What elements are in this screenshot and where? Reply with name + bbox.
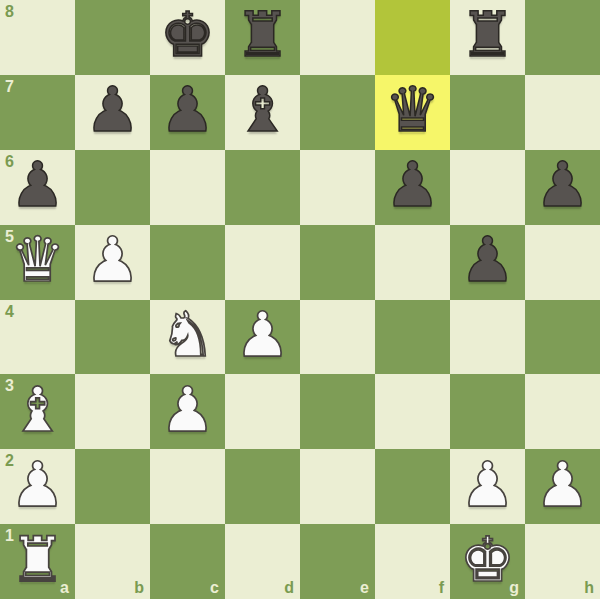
- square-a2[interactable]: 2♟: [0, 449, 75, 524]
- square-a4[interactable]: 4: [0, 300, 75, 375]
- square-f5[interactable]: [375, 225, 450, 300]
- square-c5[interactable]: [150, 225, 225, 300]
- square-e4[interactable]: [300, 300, 375, 375]
- square-e7[interactable]: [300, 75, 375, 150]
- piece-black-pawn-icon[interactable]: ♟: [160, 79, 216, 141]
- square-b7[interactable]: ♟: [75, 75, 150, 150]
- square-d5[interactable]: [225, 225, 300, 300]
- square-c1[interactable]: c: [150, 524, 225, 599]
- piece-white-pawn-icon[interactable]: ♟: [535, 454, 591, 516]
- square-b2[interactable]: [75, 449, 150, 524]
- square-a5[interactable]: 5♛: [0, 225, 75, 300]
- piece-black-rook-icon[interactable]: ♜: [235, 4, 291, 66]
- square-h1[interactable]: h: [525, 524, 600, 599]
- square-f8[interactable]: [375, 0, 450, 75]
- square-h2[interactable]: ♟: [525, 449, 600, 524]
- rank-label-8: 8: [5, 4, 14, 20]
- piece-white-pawn-icon[interactable]: ♟: [85, 229, 141, 291]
- square-d2[interactable]: [225, 449, 300, 524]
- square-b4[interactable]: [75, 300, 150, 375]
- square-g1[interactable]: g♚: [450, 524, 525, 599]
- square-f4[interactable]: [375, 300, 450, 375]
- square-e1[interactable]: e: [300, 524, 375, 599]
- file-label-h: h: [584, 580, 594, 596]
- square-f2[interactable]: [375, 449, 450, 524]
- square-f7[interactable]: ♛: [375, 75, 450, 150]
- square-a7[interactable]: 7: [0, 75, 75, 150]
- square-g6[interactable]: [450, 150, 525, 225]
- piece-black-pawn-icon[interactable]: ♟: [535, 154, 591, 216]
- file-label-d: d: [284, 580, 294, 596]
- square-c3[interactable]: ♟: [150, 374, 225, 449]
- square-d4[interactable]: ♟: [225, 300, 300, 375]
- file-label-c: c: [210, 580, 219, 596]
- piece-white-pawn-icon[interactable]: ♟: [460, 454, 516, 516]
- piece-black-pawn-icon[interactable]: ♟: [385, 154, 441, 216]
- piece-black-king-icon[interactable]: ♚: [160, 4, 216, 66]
- square-h3[interactable]: [525, 374, 600, 449]
- piece-white-pawn-icon[interactable]: ♟: [160, 379, 216, 441]
- square-b3[interactable]: [75, 374, 150, 449]
- piece-white-rook-icon[interactable]: ♜: [10, 529, 66, 591]
- square-e5[interactable]: [300, 225, 375, 300]
- square-e2[interactable]: [300, 449, 375, 524]
- square-c6[interactable]: [150, 150, 225, 225]
- piece-black-rook-icon[interactable]: ♜: [460, 4, 516, 66]
- piece-white-queen-icon[interactable]: ♛: [10, 229, 66, 291]
- square-a6[interactable]: 6♟: [0, 150, 75, 225]
- square-e6[interactable]: [300, 150, 375, 225]
- square-c8[interactable]: ♚: [150, 0, 225, 75]
- square-a3[interactable]: 3♝: [0, 374, 75, 449]
- piece-black-pawn-icon[interactable]: ♟: [460, 229, 516, 291]
- square-c7[interactable]: ♟: [150, 75, 225, 150]
- square-d1[interactable]: d: [225, 524, 300, 599]
- square-h8[interactable]: [525, 0, 600, 75]
- square-c4[interactable]: ♞: [150, 300, 225, 375]
- chess-board: 8♚♜♜7♟♟♝♛6♟♟♟5♛♟♟4♞♟3♝♟2♟♟♟1a♜bcdefg♚h: [0, 0, 600, 599]
- square-d7[interactable]: ♝: [225, 75, 300, 150]
- square-d3[interactable]: [225, 374, 300, 449]
- piece-black-bishop-icon[interactable]: ♝: [235, 79, 291, 141]
- square-b5[interactable]: ♟: [75, 225, 150, 300]
- square-g8[interactable]: ♜: [450, 0, 525, 75]
- square-h7[interactable]: [525, 75, 600, 150]
- square-h4[interactable]: [525, 300, 600, 375]
- square-e3[interactable]: [300, 374, 375, 449]
- square-g4[interactable]: [450, 300, 525, 375]
- square-g3[interactable]: [450, 374, 525, 449]
- square-b1[interactable]: b: [75, 524, 150, 599]
- square-g7[interactable]: [450, 75, 525, 150]
- square-f6[interactable]: ♟: [375, 150, 450, 225]
- rank-label-4: 4: [5, 304, 14, 320]
- file-label-f: f: [439, 580, 444, 596]
- piece-black-pawn-icon[interactable]: ♟: [85, 79, 141, 141]
- piece-white-king-icon[interactable]: ♚: [460, 529, 516, 591]
- square-d6[interactable]: [225, 150, 300, 225]
- square-a8[interactable]: 8: [0, 0, 75, 75]
- square-b8[interactable]: [75, 0, 150, 75]
- square-g5[interactable]: ♟: [450, 225, 525, 300]
- file-label-b: b: [134, 580, 144, 596]
- square-f3[interactable]: [375, 374, 450, 449]
- square-h6[interactable]: ♟: [525, 150, 600, 225]
- piece-white-knight-icon[interactable]: ♞: [160, 304, 216, 366]
- piece-white-pawn-icon[interactable]: ♟: [235, 304, 291, 366]
- square-e8[interactable]: [300, 0, 375, 75]
- piece-black-pawn-icon[interactable]: ♟: [10, 154, 66, 216]
- square-h5[interactable]: [525, 225, 600, 300]
- square-b6[interactable]: [75, 150, 150, 225]
- piece-white-bishop-icon[interactable]: ♝: [10, 379, 66, 441]
- square-f1[interactable]: f: [375, 524, 450, 599]
- square-d8[interactable]: ♜: [225, 0, 300, 75]
- square-g2[interactable]: ♟: [450, 449, 525, 524]
- piece-white-pawn-icon[interactable]: ♟: [10, 454, 66, 516]
- piece-black-queen-icon[interactable]: ♛: [385, 79, 441, 141]
- rank-label-7: 7: [5, 79, 14, 95]
- square-c2[interactable]: [150, 449, 225, 524]
- square-a1[interactable]: 1a♜: [0, 524, 75, 599]
- file-label-e: e: [360, 580, 369, 596]
